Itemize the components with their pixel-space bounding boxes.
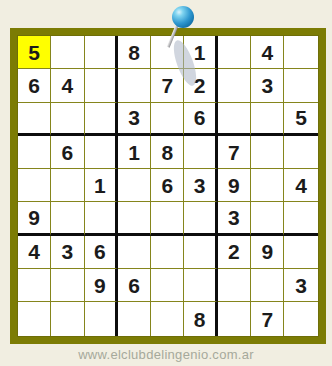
cell-r7c1[interactable]: 4 xyxy=(18,236,51,269)
cell-r4c8[interactable] xyxy=(251,136,284,169)
cell-r7c8[interactable]: 9 xyxy=(251,236,284,269)
cell-r7c5[interactable] xyxy=(151,236,184,269)
cell-r4c5[interactable]: 8 xyxy=(151,136,184,169)
cell-r7c4[interactable] xyxy=(118,236,151,269)
cell-r7c6[interactable] xyxy=(184,236,217,269)
cell-r9c4[interactable] xyxy=(118,302,151,335)
cell-r8c1[interactable] xyxy=(18,269,51,302)
sudoku-stage: 581464723365618716394934362996387 www.el… xyxy=(0,0,332,366)
site-url: www.elclubdelingenio.com.ar xyxy=(0,347,332,362)
cell-r1c9[interactable] xyxy=(284,36,317,69)
cell-r5c5[interactable]: 6 xyxy=(151,169,184,202)
cell-r9c3[interactable] xyxy=(85,302,118,335)
cell-r3c1[interactable] xyxy=(18,103,51,136)
cell-r2c3[interactable] xyxy=(85,69,118,102)
cell-r6c8[interactable] xyxy=(251,202,284,235)
cell-r1c2[interactable] xyxy=(51,36,84,69)
cell-r9c9[interactable] xyxy=(284,302,317,335)
cell-r1c8[interactable]: 4 xyxy=(251,36,284,69)
cell-r7c2[interactable]: 3 xyxy=(51,236,84,269)
cell-r4c4[interactable]: 1 xyxy=(118,136,151,169)
cell-r6c7[interactable]: 3 xyxy=(218,202,251,235)
cell-r3c4[interactable]: 3 xyxy=(118,103,151,136)
cell-r8c4[interactable]: 6 xyxy=(118,269,151,302)
cell-r5c1[interactable] xyxy=(18,169,51,202)
cell-r1c3[interactable] xyxy=(85,36,118,69)
cell-r5c9[interactable]: 4 xyxy=(284,169,317,202)
cell-r8c9[interactable]: 3 xyxy=(284,269,317,302)
cell-r1c7[interactable] xyxy=(218,36,251,69)
cell-r6c5[interactable] xyxy=(151,202,184,235)
cell-r2c5[interactable]: 7 xyxy=(151,69,184,102)
cell-r2c7[interactable] xyxy=(218,69,251,102)
cell-r1c1[interactable]: 5 xyxy=(18,36,51,69)
cell-r7c3[interactable]: 6 xyxy=(85,236,118,269)
cell-r2c1[interactable]: 6 xyxy=(18,69,51,102)
cell-r5c6[interactable]: 3 xyxy=(184,169,217,202)
cell-r5c4[interactable] xyxy=(118,169,151,202)
cell-r4c9[interactable] xyxy=(284,136,317,169)
cell-r5c3[interactable]: 1 xyxy=(85,169,118,202)
sudoku-board: 581464723365618716394934362996387 xyxy=(10,28,326,344)
cell-r3c9[interactable]: 5 xyxy=(284,103,317,136)
cell-r2c4[interactable] xyxy=(118,69,151,102)
cell-r9c5[interactable] xyxy=(151,302,184,335)
cell-r7c9[interactable] xyxy=(284,236,317,269)
page: { "game": "sudoku", "position": "5..8.1.… xyxy=(0,0,332,366)
cell-r2c8[interactable]: 3 xyxy=(251,69,284,102)
cell-r4c7[interactable]: 7 xyxy=(218,136,251,169)
cell-r3c8[interactable] xyxy=(251,103,284,136)
cell-r4c6[interactable] xyxy=(184,136,217,169)
cell-r8c7[interactable] xyxy=(218,269,251,302)
cell-r4c2[interactable]: 6 xyxy=(51,136,84,169)
cell-r9c6[interactable]: 8 xyxy=(184,302,217,335)
cell-r9c2[interactable] xyxy=(51,302,84,335)
cell-r6c1[interactable]: 9 xyxy=(18,202,51,235)
cell-r8c3[interactable]: 9 xyxy=(85,269,118,302)
cell-r6c3[interactable] xyxy=(85,202,118,235)
cell-r6c2[interactable] xyxy=(51,202,84,235)
cell-r6c6[interactable] xyxy=(184,202,217,235)
cell-r7c7[interactable]: 2 xyxy=(218,236,251,269)
cell-r3c5[interactable] xyxy=(151,103,184,136)
cell-r3c7[interactable] xyxy=(218,103,251,136)
cell-r3c2[interactable] xyxy=(51,103,84,136)
cell-r6c4[interactable] xyxy=(118,202,151,235)
cell-r4c3[interactable] xyxy=(85,136,118,169)
cell-r5c2[interactable] xyxy=(51,169,84,202)
cell-r4c1[interactable] xyxy=(18,136,51,169)
cell-r2c9[interactable] xyxy=(284,69,317,102)
cell-r8c2[interactable] xyxy=(51,269,84,302)
cell-r9c7[interactable] xyxy=(218,302,251,335)
pushpin-head-icon xyxy=(172,6,194,28)
cell-r1c4[interactable]: 8 xyxy=(118,36,151,69)
cell-r5c8[interactable] xyxy=(251,169,284,202)
sudoku-grid: 581464723365618716394934362996387 xyxy=(17,35,319,337)
cell-r6c9[interactable] xyxy=(284,202,317,235)
cell-r5c7[interactable]: 9 xyxy=(218,169,251,202)
cell-r8c6[interactable] xyxy=(184,269,217,302)
cell-r9c1[interactable] xyxy=(18,302,51,335)
cell-r2c2[interactable]: 4 xyxy=(51,69,84,102)
cell-r8c5[interactable] xyxy=(151,269,184,302)
cell-r9c8[interactable]: 7 xyxy=(251,302,284,335)
cell-r8c8[interactable] xyxy=(251,269,284,302)
cell-r3c6[interactable]: 6 xyxy=(184,103,217,136)
cell-r3c3[interactable] xyxy=(85,103,118,136)
